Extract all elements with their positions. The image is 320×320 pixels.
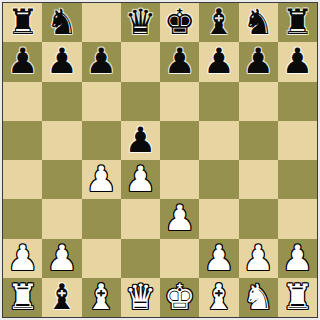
square-e3[interactable]: ♟ [160,199,199,238]
black-rook-piece[interactable]: ♜ [282,5,313,40]
square-b7[interactable]: ♟ [42,42,81,81]
square-e6[interactable] [160,82,199,121]
square-d6[interactable] [121,82,160,121]
black-pawn-piece[interactable]: ♟ [46,44,77,79]
white-pawn-piece[interactable]: ♟ [282,241,313,276]
white-king-piece[interactable]: ♚ [164,280,195,315]
square-b5[interactable] [42,121,81,160]
black-bishop-piece[interactable]: ♝ [203,5,234,40]
square-a6[interactable] [3,82,42,121]
square-e4[interactable] [160,160,199,199]
square-b1[interactable]: ♝ [42,278,81,317]
square-a1[interactable]: ♜ [3,278,42,317]
square-e5[interactable] [160,121,199,160]
square-f7[interactable]: ♟ [199,42,238,81]
square-f3[interactable] [199,199,238,238]
square-g4[interactable] [239,160,278,199]
black-pawn-piece[interactable]: ♟ [203,44,234,79]
black-pawn-piece[interactable]: ♟ [282,44,313,79]
square-h1[interactable]: ♜ [278,278,317,317]
white-knight-piece[interactable]: ♞ [242,280,273,315]
black-knight-piece[interactable]: ♞ [242,5,273,40]
white-pawn-piece[interactable]: ♟ [7,241,38,276]
square-g3[interactable] [239,199,278,238]
square-e8[interactable]: ♚ [160,3,199,42]
square-c3[interactable] [82,199,121,238]
chess-board-frame: ♜♞♛♚♝♞♜♟♟♟♟♟♟♟♟♟♟♟♟♟♟♟♟♜♝♝♛♚♝♞♜ [0,0,320,320]
square-a2[interactable]: ♟ [3,239,42,278]
square-d4[interactable]: ♟ [121,160,160,199]
square-e1[interactable]: ♚ [160,278,199,317]
chess-board: ♜♞♛♚♝♞♜♟♟♟♟♟♟♟♟♟♟♟♟♟♟♟♟♜♝♝♛♚♝♞♜ [3,3,317,317]
square-e2[interactable] [160,239,199,278]
white-pawn-piece[interactable]: ♟ [242,241,273,276]
square-d7[interactable] [121,42,160,81]
square-d8[interactable]: ♛ [121,3,160,42]
square-c5[interactable] [82,121,121,160]
black-knight-piece[interactable]: ♞ [46,5,77,40]
square-h5[interactable] [278,121,317,160]
square-h6[interactable] [278,82,317,121]
black-pawn-piece[interactable]: ♟ [7,44,38,79]
square-a5[interactable] [3,121,42,160]
square-d3[interactable] [121,199,160,238]
square-g2[interactable]: ♟ [239,239,278,278]
black-pawn-piece[interactable]: ♟ [164,44,195,79]
square-f5[interactable] [199,121,238,160]
square-h2[interactable]: ♟ [278,239,317,278]
black-bishop-piece[interactable]: ♝ [46,280,77,315]
black-pawn-piece[interactable]: ♟ [242,44,273,79]
square-g5[interactable] [239,121,278,160]
square-f6[interactable] [199,82,238,121]
square-f8[interactable]: ♝ [199,3,238,42]
white-pawn-piece[interactable]: ♟ [85,162,116,197]
square-c2[interactable] [82,239,121,278]
square-c8[interactable] [82,3,121,42]
white-bishop-piece[interactable]: ♝ [203,280,234,315]
black-queen-piece[interactable]: ♛ [125,5,156,40]
square-c1[interactable]: ♝ [82,278,121,317]
black-pawn-piece[interactable]: ♟ [85,44,116,79]
square-d2[interactable] [121,239,160,278]
square-a4[interactable] [3,160,42,199]
square-h4[interactable] [278,160,317,199]
square-d5[interactable]: ♟ [121,121,160,160]
square-g8[interactable]: ♞ [239,3,278,42]
square-b8[interactable]: ♞ [42,3,81,42]
square-f1[interactable]: ♝ [199,278,238,317]
square-c6[interactable] [82,82,121,121]
square-h8[interactable]: ♜ [278,3,317,42]
white-bishop-piece[interactable]: ♝ [85,280,116,315]
white-rook-piece[interactable]: ♜ [7,280,38,315]
square-g7[interactable]: ♟ [239,42,278,81]
square-a8[interactable]: ♜ [3,3,42,42]
square-f4[interactable] [199,160,238,199]
square-a7[interactable]: ♟ [3,42,42,81]
white-pawn-piece[interactable]: ♟ [125,162,156,197]
black-pawn-piece[interactable]: ♟ [125,123,156,158]
square-g1[interactable]: ♞ [239,278,278,317]
square-a3[interactable] [3,199,42,238]
white-queen-piece[interactable]: ♛ [125,280,156,315]
square-h3[interactable] [278,199,317,238]
black-king-piece[interactable]: ♚ [164,5,195,40]
square-e7[interactable]: ♟ [160,42,199,81]
white-pawn-piece[interactable]: ♟ [164,201,195,236]
white-pawn-piece[interactable]: ♟ [46,241,77,276]
square-c7[interactable]: ♟ [82,42,121,81]
square-b2[interactable]: ♟ [42,239,81,278]
square-b4[interactable] [42,160,81,199]
square-c4[interactable]: ♟ [82,160,121,199]
white-pawn-piece[interactable]: ♟ [203,241,234,276]
black-rook-piece[interactable]: ♜ [7,5,38,40]
square-h7[interactable]: ♟ [278,42,317,81]
white-rook-piece[interactable]: ♜ [282,280,313,315]
square-g6[interactable] [239,82,278,121]
square-d1[interactable]: ♛ [121,278,160,317]
square-b3[interactable] [42,199,81,238]
square-b6[interactable] [42,82,81,121]
square-f2[interactable]: ♟ [199,239,238,278]
